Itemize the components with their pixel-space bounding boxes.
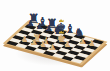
pawn-glyph: ♟ [49,44,56,52]
gold-crown-icon [59,31,64,34]
gold-crown-icon [59,19,64,22]
pawn-glyph: ♟ [64,41,71,49]
piece-white-pawn[interactable]: ♟ [46,44,58,52]
pawn-glyph: ♟ [88,40,95,48]
piece-white-pawn[interactable]: ♟ [86,40,98,48]
piece-white-pawn[interactable]: ♟ [61,41,73,49]
chess-set-photo: ♜♝♜♚♝♞♟♟♟♞♚♜♝♟♟♟♟♟♟♟ [0,0,110,71]
